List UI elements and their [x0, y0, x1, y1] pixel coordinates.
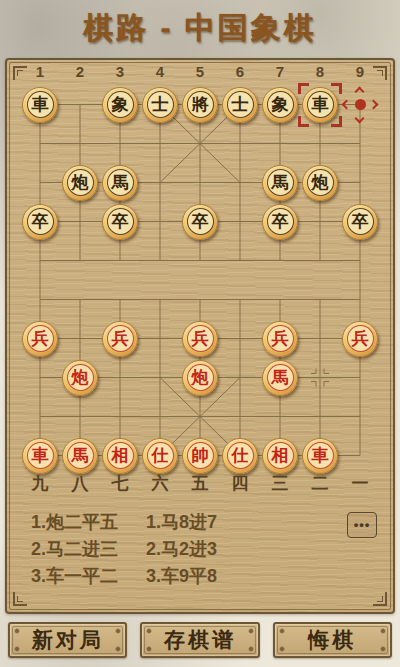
piece-red-cannon[interactable]: 炮: [182, 360, 218, 396]
board-point[interactable]: [140, 163, 180, 202]
board-point[interactable]: [180, 163, 220, 202]
piece-black-cannon[interactable]: 炮: [62, 165, 98, 201]
board-point[interactable]: [340, 241, 380, 280]
panel-corner-ornament: [373, 64, 389, 80]
move-list-row: 2.马二进三2.马2进3: [31, 535, 331, 562]
board-point[interactable]: [20, 163, 60, 202]
board-point[interactable]: 相: [100, 436, 140, 475]
file-number-label: 9: [348, 63, 372, 80]
board-point[interactable]: [100, 397, 140, 436]
piece-black-general[interactable]: 將: [182, 87, 218, 123]
piece-red-cannon[interactable]: 炮: [62, 360, 98, 396]
board-point[interactable]: 炮: [300, 163, 340, 202]
board-point[interactable]: 炮: [60, 358, 100, 397]
piece-red-horse[interactable]: 馬: [262, 360, 298, 396]
board-point[interactable]: [140, 358, 180, 397]
piece-glyph: 象: [267, 91, 294, 118]
board-point[interactable]: [220, 358, 260, 397]
file-number-label: 2: [68, 63, 92, 80]
piece-red-elephant[interactable]: 相: [102, 438, 138, 474]
new-game-button[interactable]: 新对局: [8, 622, 127, 658]
board-point[interactable]: [260, 397, 300, 436]
board-point[interactable]: [300, 358, 340, 397]
board-point[interactable]: [260, 241, 300, 280]
file-numeral-label: 一: [348, 472, 372, 495]
board-point[interactable]: [300, 241, 340, 280]
red-move-text: 3.车一平二: [31, 564, 146, 588]
piece-black-soldier[interactable]: 卒: [262, 204, 298, 240]
board-point[interactable]: [300, 202, 340, 241]
piece-red-elephant[interactable]: 相: [262, 438, 298, 474]
board-point[interactable]: 馬: [260, 358, 300, 397]
board-point[interactable]: [20, 358, 60, 397]
save-record-button[interactable]: 存棋谱: [140, 622, 259, 658]
file-numeral-label: 三: [268, 472, 292, 495]
piece-glyph: 將: [187, 91, 214, 118]
board-point[interactable]: [140, 202, 180, 241]
board-point[interactable]: 帥: [180, 436, 220, 475]
black-move-text: 3.车9平8: [146, 564, 331, 588]
board-point[interactable]: 車: [300, 85, 340, 124]
piece-black-elephant[interactable]: 象: [262, 87, 298, 123]
piece-red-general[interactable]: 帥: [182, 438, 218, 474]
move-list-row: 1.炮二平五1.马8进7: [31, 508, 331, 535]
app-title: 棋路 - 中国象棋: [83, 8, 317, 49]
board-point[interactable]: [180, 241, 220, 280]
piece-red-chariot[interactable]: 車: [22, 438, 58, 474]
board-point[interactable]: [20, 241, 60, 280]
piece-glyph: 相: [107, 442, 134, 469]
board-point[interactable]: [20, 280, 60, 319]
file-numeral-label: 八: [68, 472, 92, 495]
move-list-row: 3.车一平二3.车9平8: [31, 562, 331, 589]
piece-glyph: 馬: [267, 169, 294, 196]
piece-black-soldier[interactable]: 卒: [182, 204, 218, 240]
board-point[interactable]: [220, 280, 260, 319]
piece-glyph: 相: [267, 442, 294, 469]
piece-red-horse[interactable]: 馬: [62, 438, 98, 474]
piece-glyph: 兵: [267, 325, 294, 352]
board-point[interactable]: [220, 163, 260, 202]
board-point[interactable]: [180, 280, 220, 319]
piece-red-soldier[interactable]: 兵: [342, 321, 378, 357]
app-screen: 棋路 - 中国象棋 123456789 車象士將士象車炮馬馬炮卒卒卒卒卒兵兵兵兵…: [0, 0, 400, 667]
board-point[interactable]: 兵: [20, 319, 60, 358]
piece-glyph: 士: [227, 91, 254, 118]
piece-glyph: 兵: [347, 325, 374, 352]
board-point[interactable]: [140, 280, 180, 319]
piece-black-chariot[interactable]: 車: [302, 87, 338, 123]
piece-red-soldier[interactable]: 兵: [182, 321, 218, 357]
board-point[interactable]: [180, 124, 220, 163]
board-point[interactable]: [60, 397, 100, 436]
board-point[interactable]: [100, 280, 140, 319]
piece-red-advisor[interactable]: 仕: [142, 438, 178, 474]
board-point[interactable]: 馬: [60, 436, 100, 475]
piece-glyph: 馬: [267, 364, 294, 391]
piece-glyph: 馬: [67, 442, 94, 469]
board-point[interactable]: [140, 241, 180, 280]
board-point[interactable]: 士: [220, 85, 260, 124]
more-moves-button[interactable]: •••: [347, 512, 377, 538]
board-point[interactable]: [220, 319, 260, 358]
file-number-label: 1: [28, 63, 52, 80]
file-numeral-label: 九: [28, 472, 52, 495]
board-point[interactable]: 卒: [20, 202, 60, 241]
board-point[interactable]: 仕: [220, 436, 260, 475]
piece-black-horse[interactable]: 馬: [262, 165, 298, 201]
top-coordinates: 123456789: [20, 63, 380, 83]
piece-black-soldier[interactable]: 卒: [342, 204, 378, 240]
board-point[interactable]: [60, 202, 100, 241]
board-point[interactable]: 卒: [340, 202, 380, 241]
board-point[interactable]: 炮: [60, 163, 100, 202]
xiangqi-board: 車象士將士象車炮馬馬炮卒卒卒卒卒兵兵兵兵兵炮炮馬車馬相仕帥仕相車: [20, 85, 380, 475]
piece-black-soldier[interactable]: 卒: [22, 204, 58, 240]
board-point[interactable]: 兵: [260, 319, 300, 358]
piece-red-soldier[interactable]: 兵: [22, 321, 58, 357]
board-point[interactable]: [300, 319, 340, 358]
board-point[interactable]: [260, 124, 300, 163]
piece-glyph: 卒: [267, 208, 294, 235]
board-point[interactable]: [220, 202, 260, 241]
piece-glyph: 仕: [147, 442, 174, 469]
board-point[interactable]: [140, 397, 180, 436]
piece-glyph: 卒: [107, 208, 134, 235]
board-point[interactable]: [340, 163, 380, 202]
board-point[interactable]: 馬: [260, 163, 300, 202]
file-number-label: 7: [268, 63, 292, 80]
red-move-text: 2.马二进三: [31, 537, 146, 561]
board-point[interactable]: [340, 85, 380, 124]
board-point[interactable]: 卒: [180, 202, 220, 241]
panel-corner-ornament: [11, 592, 27, 608]
piece-glyph: 炮: [307, 169, 334, 196]
file-numeral-label: 七: [108, 472, 132, 495]
piece-glyph: 帥: [187, 442, 214, 469]
file-number-label: 4: [148, 63, 172, 80]
piece-glyph: 兵: [107, 325, 134, 352]
board-point[interactable]: 兵: [180, 319, 220, 358]
file-number-label: 5: [188, 63, 212, 80]
piece-glyph: 炮: [67, 169, 94, 196]
piece-glyph: 卒: [187, 208, 214, 235]
board-point[interactable]: 馬: [100, 163, 140, 202]
piece-glyph: 士: [147, 91, 174, 118]
board-point[interactable]: [60, 319, 100, 358]
board-point[interactable]: [340, 436, 380, 475]
panel-corner-ornament: [11, 64, 27, 80]
piece-black-elephant[interactable]: 象: [102, 87, 138, 123]
board-point[interactable]: [60, 124, 100, 163]
piece-black-chariot[interactable]: 車: [22, 87, 58, 123]
piece-red-chariot[interactable]: 車: [302, 438, 338, 474]
board-point[interactable]: [300, 397, 340, 436]
black-move-text: 2.马2进3: [146, 537, 331, 561]
board-point[interactable]: [340, 124, 380, 163]
board-point[interactable]: [340, 280, 380, 319]
board-point[interactable]: 士: [140, 85, 180, 124]
red-move-text: 1.炮二平五: [31, 510, 146, 534]
panel-corner-ornament: [373, 592, 389, 608]
file-numeral-label: 五: [188, 472, 212, 495]
board-point[interactable]: [100, 241, 140, 280]
file-numeral-label: 六: [148, 472, 172, 495]
board-point[interactable]: [140, 319, 180, 358]
piece-black-advisor[interactable]: 士: [142, 87, 178, 123]
board-point[interactable]: 象: [100, 85, 140, 124]
file-number-label: 6: [228, 63, 252, 80]
board-point[interactable]: [20, 397, 60, 436]
board-point[interactable]: 車: [300, 436, 340, 475]
board-point[interactable]: [100, 124, 140, 163]
piece-black-advisor[interactable]: 士: [222, 87, 258, 123]
board-point[interactable]: 將: [180, 85, 220, 124]
board-point[interactable]: 兵: [100, 319, 140, 358]
bottom-coordinates: 九八七六五四三二一: [20, 472, 380, 494]
board-point[interactable]: 卒: [260, 202, 300, 241]
board-point[interactable]: [60, 85, 100, 124]
file-number-label: 8: [308, 63, 332, 80]
piece-glyph: 車: [27, 442, 54, 469]
piece-glyph: 車: [307, 442, 334, 469]
piece-black-cannon[interactable]: 炮: [302, 165, 338, 201]
board-point[interactable]: [340, 358, 380, 397]
piece-glyph: 兵: [27, 325, 54, 352]
piece-glyph: 卒: [27, 208, 54, 235]
board-point[interactable]: 兵: [340, 319, 380, 358]
board-point[interactable]: [260, 280, 300, 319]
board-point[interactable]: [220, 124, 260, 163]
board-point[interactable]: [300, 124, 340, 163]
piece-glyph: 卒: [347, 208, 374, 235]
file-numeral-label: 二: [308, 472, 332, 495]
action-buttons: 新对局 存棋谱 悔棋: [0, 622, 400, 658]
board-point[interactable]: [180, 397, 220, 436]
board-point[interactable]: 相: [260, 436, 300, 475]
piece-glyph: 兵: [187, 325, 214, 352]
title-bar: 棋路 - 中国象棋: [0, 0, 400, 57]
piece-glyph: 馬: [107, 169, 134, 196]
board-point[interactable]: [20, 124, 60, 163]
board-point[interactable]: 車: [20, 436, 60, 475]
piece-glyph: 炮: [67, 364, 94, 391]
piece-red-advisor[interactable]: 仕: [222, 438, 258, 474]
board-point[interactable]: 象: [260, 85, 300, 124]
board-point[interactable]: 仕: [140, 436, 180, 475]
board-point[interactable]: 卒: [100, 202, 140, 241]
piece-glyph: 仕: [227, 442, 254, 469]
move-list: 1.炮二平五1.马8进72.马二进三2.马2进33.车一平二3.车9平8: [31, 508, 331, 589]
board-point[interactable]: [100, 358, 140, 397]
piece-black-horse[interactable]: 馬: [102, 165, 138, 201]
file-numeral-label: 四: [228, 472, 252, 495]
board-point[interactable]: [340, 397, 380, 436]
undo-button[interactable]: 悔棋: [273, 622, 392, 658]
piece-black-soldier[interactable]: 卒: [102, 204, 138, 240]
board-point[interactable]: [220, 241, 260, 280]
board-point[interactable]: [300, 280, 340, 319]
black-move-text: 1.马8进7: [146, 510, 331, 534]
file-number-label: 3: [108, 63, 132, 80]
board-point[interactable]: [220, 397, 260, 436]
board-point[interactable]: 車: [20, 85, 60, 124]
piece-red-soldier[interactable]: 兵: [102, 321, 138, 357]
board-point[interactable]: 炮: [180, 358, 220, 397]
board-point[interactable]: [60, 241, 100, 280]
piece-red-soldier[interactable]: 兵: [262, 321, 298, 357]
piece-glyph: 象: [107, 91, 134, 118]
board-panel: 123456789 車象士將士象車炮馬馬炮卒卒卒卒卒兵兵兵兵兵炮炮馬車馬相仕帥仕…: [5, 58, 395, 614]
board-point[interactable]: [60, 280, 100, 319]
board-grid: 車象士將士象車炮馬馬炮卒卒卒卒卒兵兵兵兵兵炮炮馬車馬相仕帥仕相車: [20, 85, 380, 475]
board-point[interactable]: [140, 124, 180, 163]
piece-glyph: 車: [307, 91, 334, 118]
piece-glyph: 炮: [187, 364, 214, 391]
piece-glyph: 車: [27, 91, 54, 118]
